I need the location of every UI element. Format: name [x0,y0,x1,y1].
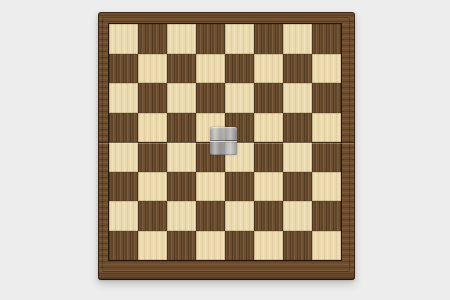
board-square[interactable] [225,201,254,231]
board-square[interactable] [138,83,167,113]
board-square[interactable] [225,231,254,261]
board-square[interactable] [225,54,254,84]
board-square[interactable] [196,24,225,54]
board-square[interactable] [138,142,167,172]
board-square[interactable] [254,113,283,143]
board-square[interactable] [254,142,283,172]
board-square[interactable] [138,24,167,54]
board-front-edge [98,273,355,280]
board-square[interactable] [312,201,341,231]
board-square[interactable] [283,113,312,143]
board-square[interactable] [254,83,283,113]
board-square[interactable] [167,113,196,143]
board-square[interactable] [167,54,196,84]
hinge-clasp [210,127,237,155]
board-square[interactable] [196,54,225,84]
board-square[interactable] [196,201,225,231]
chess-board [98,12,355,280]
board-square[interactable] [167,231,196,261]
board-square[interactable] [254,24,283,54]
board-square[interactable] [167,142,196,172]
board-square[interactable] [138,172,167,202]
board-square[interactable] [109,142,138,172]
board-square[interactable] [138,231,167,261]
board-square[interactable] [167,201,196,231]
board-square[interactable] [109,83,138,113]
board-square[interactable] [254,54,283,84]
board-square[interactable] [225,83,254,113]
board-square[interactable] [196,231,225,261]
board-square[interactable] [138,54,167,84]
board-square[interactable] [312,83,341,113]
board-square[interactable] [254,201,283,231]
board-square[interactable] [312,54,341,84]
board-square[interactable] [283,24,312,54]
board-square[interactable] [312,142,341,172]
board-square[interactable] [283,142,312,172]
board-square[interactable] [283,83,312,113]
board-square[interactable] [109,113,138,143]
board-square[interactable] [167,24,196,54]
photo-background [0,0,450,300]
board-square[interactable] [312,113,341,143]
board-square[interactable] [109,24,138,54]
board-square[interactable] [254,172,283,202]
board-square[interactable] [167,172,196,202]
board-square[interactable] [283,201,312,231]
board-square[interactable] [138,113,167,143]
board-square[interactable] [312,172,341,202]
board-square[interactable] [283,231,312,261]
board-square[interactable] [196,172,225,202]
board-square[interactable] [109,54,138,84]
board-square[interactable] [109,172,138,202]
clasp-seam-line [210,140,237,142]
board-square[interactable] [138,201,167,231]
board-square[interactable] [196,83,225,113]
board-square[interactable] [312,24,341,54]
board-square[interactable] [283,172,312,202]
board-square[interactable] [283,54,312,84]
board-square[interactable] [167,83,196,113]
board-square[interactable] [225,24,254,54]
board-square[interactable] [109,201,138,231]
board-square[interactable] [109,231,138,261]
board-square[interactable] [312,231,341,261]
board-square[interactable] [254,231,283,261]
board-square[interactable] [225,172,254,202]
